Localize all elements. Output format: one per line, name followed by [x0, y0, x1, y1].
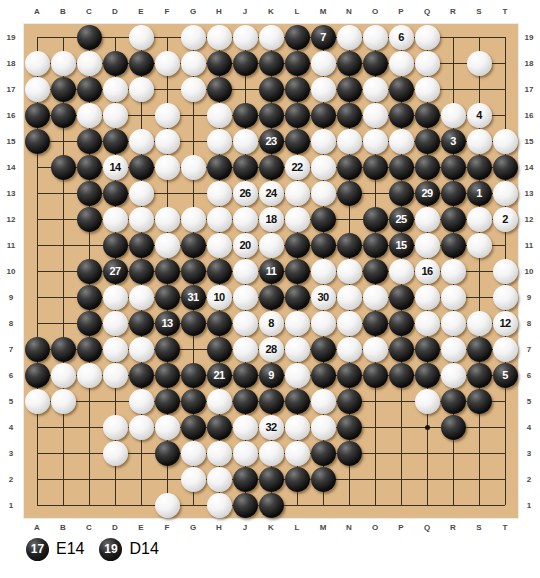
point-Q17[interactable]	[414, 76, 440, 102]
point-J13[interactable]: 26	[232, 180, 258, 206]
point-E8[interactable]	[128, 310, 154, 336]
point-S4[interactable]	[466, 414, 492, 440]
point-D15[interactable]	[102, 128, 128, 154]
point-B19[interactable]	[50, 24, 76, 50]
point-L19[interactable]	[284, 24, 310, 50]
point-O10[interactable]	[362, 258, 388, 284]
point-T4[interactable]	[492, 414, 518, 440]
point-B3[interactable]	[50, 440, 76, 466]
point-G15[interactable]	[180, 128, 206, 154]
point-S1[interactable]	[466, 492, 492, 518]
point-J16[interactable]	[232, 102, 258, 128]
point-D1[interactable]	[102, 492, 128, 518]
point-J5[interactable]	[232, 388, 258, 414]
point-H4[interactable]	[206, 414, 232, 440]
point-S16[interactable]: 4	[466, 102, 492, 128]
point-Q4[interactable]	[414, 414, 440, 440]
point-B11[interactable]	[50, 232, 76, 258]
point-B16[interactable]	[50, 102, 76, 128]
point-C3[interactable]	[76, 440, 102, 466]
point-P17[interactable]	[388, 76, 414, 102]
point-E6[interactable]	[128, 362, 154, 388]
point-L9[interactable]	[284, 284, 310, 310]
point-R4[interactable]	[440, 414, 466, 440]
point-D2[interactable]	[102, 466, 128, 492]
point-G1[interactable]	[180, 492, 206, 518]
point-F17[interactable]	[154, 76, 180, 102]
point-A6[interactable]	[24, 362, 50, 388]
point-J8[interactable]	[232, 310, 258, 336]
point-G11[interactable]	[180, 232, 206, 258]
point-B10[interactable]	[50, 258, 76, 284]
point-G9[interactable]: 31	[180, 284, 206, 310]
point-R6[interactable]	[440, 362, 466, 388]
point-T2[interactable]	[492, 466, 518, 492]
point-J15[interactable]	[232, 128, 258, 154]
point-B7[interactable]	[50, 336, 76, 362]
point-R5[interactable]	[440, 388, 466, 414]
point-R16[interactable]	[440, 102, 466, 128]
point-S17[interactable]	[466, 76, 492, 102]
point-N11[interactable]	[336, 232, 362, 258]
point-O19[interactable]	[362, 24, 388, 50]
point-B12[interactable]	[50, 206, 76, 232]
point-A4[interactable]	[24, 414, 50, 440]
point-A7[interactable]	[24, 336, 50, 362]
point-C14[interactable]	[76, 154, 102, 180]
point-F4[interactable]	[154, 414, 180, 440]
point-Q10[interactable]: 16	[414, 258, 440, 284]
point-P16[interactable]	[388, 102, 414, 128]
point-M5[interactable]	[310, 388, 336, 414]
point-N14[interactable]	[336, 154, 362, 180]
point-B4[interactable]	[50, 414, 76, 440]
point-R1[interactable]	[440, 492, 466, 518]
point-G19[interactable]	[180, 24, 206, 50]
point-A13[interactable]	[24, 180, 50, 206]
point-F14[interactable]	[154, 154, 180, 180]
point-F18[interactable]	[154, 50, 180, 76]
point-M14[interactable]	[310, 154, 336, 180]
point-R2[interactable]	[440, 466, 466, 492]
point-M19[interactable]: 7	[310, 24, 336, 50]
point-T12[interactable]: 2	[492, 206, 518, 232]
point-O8[interactable]	[362, 310, 388, 336]
point-R7[interactable]	[440, 336, 466, 362]
point-T9[interactable]	[492, 284, 518, 310]
point-F2[interactable]	[154, 466, 180, 492]
point-Q13[interactable]: 29	[414, 180, 440, 206]
point-D17[interactable]	[102, 76, 128, 102]
point-C16[interactable]	[76, 102, 102, 128]
point-K1[interactable]	[258, 492, 284, 518]
point-E13[interactable]	[128, 180, 154, 206]
point-N6[interactable]	[336, 362, 362, 388]
point-R11[interactable]	[440, 232, 466, 258]
point-O14[interactable]	[362, 154, 388, 180]
point-Q18[interactable]	[414, 50, 440, 76]
point-N2[interactable]	[336, 466, 362, 492]
point-K2[interactable]	[258, 466, 284, 492]
point-G10[interactable]	[180, 258, 206, 284]
point-M2[interactable]	[310, 466, 336, 492]
point-D7[interactable]	[102, 336, 128, 362]
point-T7[interactable]	[492, 336, 518, 362]
point-J17[interactable]	[232, 76, 258, 102]
point-O3[interactable]	[362, 440, 388, 466]
point-S18[interactable]	[466, 50, 492, 76]
point-J14[interactable]	[232, 154, 258, 180]
point-R18[interactable]	[440, 50, 466, 76]
point-D6[interactable]	[102, 362, 128, 388]
point-S8[interactable]	[466, 310, 492, 336]
point-C19[interactable]	[76, 24, 102, 50]
point-O9[interactable]	[362, 284, 388, 310]
point-T17[interactable]	[492, 76, 518, 102]
point-O5[interactable]	[362, 388, 388, 414]
point-H19[interactable]	[206, 24, 232, 50]
point-K10[interactable]: 11	[258, 258, 284, 284]
point-C11[interactable]	[76, 232, 102, 258]
point-J7[interactable]	[232, 336, 258, 362]
point-J10[interactable]	[232, 258, 258, 284]
point-P5[interactable]	[388, 388, 414, 414]
point-K12[interactable]: 18	[258, 206, 284, 232]
point-H10[interactable]	[206, 258, 232, 284]
point-T13[interactable]	[492, 180, 518, 206]
point-L11[interactable]	[284, 232, 310, 258]
point-P6[interactable]	[388, 362, 414, 388]
point-F12[interactable]	[154, 206, 180, 232]
point-C9[interactable]	[76, 284, 102, 310]
point-P14[interactable]	[388, 154, 414, 180]
point-S5[interactable]	[466, 388, 492, 414]
point-S6[interactable]	[466, 362, 492, 388]
point-Q1[interactable]	[414, 492, 440, 518]
point-G6[interactable]	[180, 362, 206, 388]
point-B17[interactable]	[50, 76, 76, 102]
point-E11[interactable]	[128, 232, 154, 258]
point-R8[interactable]	[440, 310, 466, 336]
point-G18[interactable]	[180, 50, 206, 76]
point-S2[interactable]	[466, 466, 492, 492]
point-K11[interactable]	[258, 232, 284, 258]
point-M3[interactable]	[310, 440, 336, 466]
point-A10[interactable]	[24, 258, 50, 284]
point-R3[interactable]	[440, 440, 466, 466]
point-P10[interactable]	[388, 258, 414, 284]
point-E12[interactable]	[128, 206, 154, 232]
point-C18[interactable]	[76, 50, 102, 76]
point-J6[interactable]	[232, 362, 258, 388]
point-Q15[interactable]	[414, 128, 440, 154]
point-J12[interactable]	[232, 206, 258, 232]
point-L13[interactable]	[284, 180, 310, 206]
point-A1[interactable]	[24, 492, 50, 518]
point-R17[interactable]	[440, 76, 466, 102]
point-R12[interactable]	[440, 206, 466, 232]
point-G5[interactable]	[180, 388, 206, 414]
point-S11[interactable]	[466, 232, 492, 258]
point-N8[interactable]	[336, 310, 362, 336]
point-L8[interactable]	[284, 310, 310, 336]
point-Q8[interactable]	[414, 310, 440, 336]
point-T15[interactable]	[492, 128, 518, 154]
point-B6[interactable]	[50, 362, 76, 388]
point-L6[interactable]	[284, 362, 310, 388]
point-R14[interactable]	[440, 154, 466, 180]
point-C10[interactable]	[76, 258, 102, 284]
point-L16[interactable]	[284, 102, 310, 128]
point-M18[interactable]	[310, 50, 336, 76]
point-L1[interactable]	[284, 492, 310, 518]
point-H8[interactable]	[206, 310, 232, 336]
point-D11[interactable]	[102, 232, 128, 258]
point-T5[interactable]	[492, 388, 518, 414]
point-C13[interactable]	[76, 180, 102, 206]
point-S14[interactable]	[466, 154, 492, 180]
point-Q5[interactable]	[414, 388, 440, 414]
point-F16[interactable]	[154, 102, 180, 128]
point-N3[interactable]	[336, 440, 362, 466]
point-B18[interactable]	[50, 50, 76, 76]
point-T19[interactable]	[492, 24, 518, 50]
point-M6[interactable]	[310, 362, 336, 388]
point-H17[interactable]	[206, 76, 232, 102]
point-D16[interactable]	[102, 102, 128, 128]
point-F8[interactable]: 13	[154, 310, 180, 336]
point-C7[interactable]	[76, 336, 102, 362]
point-G7[interactable]	[180, 336, 206, 362]
point-K7[interactable]: 28	[258, 336, 284, 362]
point-J1[interactable]	[232, 492, 258, 518]
point-H18[interactable]	[206, 50, 232, 76]
point-T1[interactable]	[492, 492, 518, 518]
point-O16[interactable]	[362, 102, 388, 128]
point-D14[interactable]: 14	[102, 154, 128, 180]
point-D9[interactable]	[102, 284, 128, 310]
point-G12[interactable]	[180, 206, 206, 232]
point-M16[interactable]	[310, 102, 336, 128]
point-F6[interactable]	[154, 362, 180, 388]
point-S10[interactable]	[466, 258, 492, 284]
point-T6[interactable]: 5	[492, 362, 518, 388]
point-D13[interactable]	[102, 180, 128, 206]
point-B15[interactable]	[50, 128, 76, 154]
point-A12[interactable]	[24, 206, 50, 232]
point-A9[interactable]	[24, 284, 50, 310]
point-B14[interactable]	[50, 154, 76, 180]
point-L7[interactable]	[284, 336, 310, 362]
point-M7[interactable]	[310, 336, 336, 362]
point-D10[interactable]: 27	[102, 258, 128, 284]
point-J9[interactable]	[232, 284, 258, 310]
point-P18[interactable]	[388, 50, 414, 76]
point-K8[interactable]: 8	[258, 310, 284, 336]
point-Q12[interactable]	[414, 206, 440, 232]
point-F10[interactable]	[154, 258, 180, 284]
point-D18[interactable]	[102, 50, 128, 76]
point-N15[interactable]	[336, 128, 362, 154]
point-N13[interactable]	[336, 180, 362, 206]
point-K6[interactable]: 9	[258, 362, 284, 388]
point-O4[interactable]	[362, 414, 388, 440]
point-L12[interactable]	[284, 206, 310, 232]
point-P1[interactable]	[388, 492, 414, 518]
point-T18[interactable]	[492, 50, 518, 76]
point-P19[interactable]: 6	[388, 24, 414, 50]
point-H14[interactable]	[206, 154, 232, 180]
point-S12[interactable]	[466, 206, 492, 232]
point-P7[interactable]	[388, 336, 414, 362]
point-O15[interactable]	[362, 128, 388, 154]
point-A8[interactable]	[24, 310, 50, 336]
point-B8[interactable]	[50, 310, 76, 336]
point-G3[interactable]	[180, 440, 206, 466]
point-N18[interactable]	[336, 50, 362, 76]
point-C1[interactable]	[76, 492, 102, 518]
point-L4[interactable]	[284, 414, 310, 440]
point-L10[interactable]	[284, 258, 310, 284]
point-L2[interactable]	[284, 466, 310, 492]
point-S19[interactable]	[466, 24, 492, 50]
point-B1[interactable]	[50, 492, 76, 518]
point-H9[interactable]: 10	[206, 284, 232, 310]
point-G17[interactable]	[180, 76, 206, 102]
point-N10[interactable]	[336, 258, 362, 284]
point-C15[interactable]	[76, 128, 102, 154]
point-D3[interactable]	[102, 440, 128, 466]
point-E3[interactable]	[128, 440, 154, 466]
point-P13[interactable]	[388, 180, 414, 206]
point-O11[interactable]	[362, 232, 388, 258]
point-T3[interactable]	[492, 440, 518, 466]
point-O7[interactable]	[362, 336, 388, 362]
point-F19[interactable]	[154, 24, 180, 50]
point-A5[interactable]	[24, 388, 50, 414]
point-N7[interactable]	[336, 336, 362, 362]
point-K18[interactable]	[258, 50, 284, 76]
point-H6[interactable]: 21	[206, 362, 232, 388]
point-B5[interactable]	[50, 388, 76, 414]
point-T11[interactable]	[492, 232, 518, 258]
point-N12[interactable]	[336, 206, 362, 232]
point-S3[interactable]	[466, 440, 492, 466]
point-F13[interactable]	[154, 180, 180, 206]
point-B2[interactable]	[50, 466, 76, 492]
point-J19[interactable]	[232, 24, 258, 50]
point-G2[interactable]	[180, 466, 206, 492]
point-P3[interactable]	[388, 440, 414, 466]
point-M1[interactable]	[310, 492, 336, 518]
point-M11[interactable]	[310, 232, 336, 258]
point-Q2[interactable]	[414, 466, 440, 492]
point-R10[interactable]	[440, 258, 466, 284]
point-P12[interactable]: 25	[388, 206, 414, 232]
point-T8[interactable]: 12	[492, 310, 518, 336]
point-E7[interactable]	[128, 336, 154, 362]
point-T10[interactable]	[492, 258, 518, 284]
point-G8[interactable]	[180, 310, 206, 336]
point-A3[interactable]	[24, 440, 50, 466]
point-A15[interactable]	[24, 128, 50, 154]
point-A19[interactable]	[24, 24, 50, 50]
point-J18[interactable]	[232, 50, 258, 76]
point-K3[interactable]	[258, 440, 284, 466]
point-K19[interactable]	[258, 24, 284, 50]
point-N9[interactable]	[336, 284, 362, 310]
point-G4[interactable]	[180, 414, 206, 440]
point-Q7[interactable]	[414, 336, 440, 362]
point-N17[interactable]	[336, 76, 362, 102]
point-P9[interactable]	[388, 284, 414, 310]
point-F9[interactable]	[154, 284, 180, 310]
point-M17[interactable]	[310, 76, 336, 102]
point-K15[interactable]: 23	[258, 128, 284, 154]
point-A18[interactable]	[24, 50, 50, 76]
point-O13[interactable]	[362, 180, 388, 206]
point-E16[interactable]	[128, 102, 154, 128]
point-L18[interactable]	[284, 50, 310, 76]
point-J2[interactable]	[232, 466, 258, 492]
point-D5[interactable]	[102, 388, 128, 414]
point-Q3[interactable]	[414, 440, 440, 466]
point-E18[interactable]	[128, 50, 154, 76]
point-H16[interactable]	[206, 102, 232, 128]
point-E2[interactable]	[128, 466, 154, 492]
point-E10[interactable]	[128, 258, 154, 284]
point-P2[interactable]	[388, 466, 414, 492]
point-D12[interactable]	[102, 206, 128, 232]
point-G14[interactable]	[180, 154, 206, 180]
point-R13[interactable]	[440, 180, 466, 206]
point-P4[interactable]	[388, 414, 414, 440]
point-S15[interactable]	[466, 128, 492, 154]
point-R19[interactable]	[440, 24, 466, 50]
point-N4[interactable]	[336, 414, 362, 440]
point-A16[interactable]	[24, 102, 50, 128]
point-E19[interactable]	[128, 24, 154, 50]
point-Q14[interactable]	[414, 154, 440, 180]
point-Q6[interactable]	[414, 362, 440, 388]
point-H15[interactable]	[206, 128, 232, 154]
point-P8[interactable]	[388, 310, 414, 336]
point-K9[interactable]	[258, 284, 284, 310]
point-F3[interactable]	[154, 440, 180, 466]
point-L17[interactable]	[284, 76, 310, 102]
point-A2[interactable]	[24, 466, 50, 492]
point-R15[interactable]: 3	[440, 128, 466, 154]
point-H3[interactable]	[206, 440, 232, 466]
point-F11[interactable]	[154, 232, 180, 258]
point-H1[interactable]	[206, 492, 232, 518]
point-D4[interactable]	[102, 414, 128, 440]
point-G13[interactable]	[180, 180, 206, 206]
point-E1[interactable]	[128, 492, 154, 518]
point-H7[interactable]	[206, 336, 232, 362]
point-M10[interactable]	[310, 258, 336, 284]
point-N16[interactable]	[336, 102, 362, 128]
point-C6[interactable]	[76, 362, 102, 388]
point-K5[interactable]	[258, 388, 284, 414]
point-Q9[interactable]	[414, 284, 440, 310]
point-F15[interactable]	[154, 128, 180, 154]
point-K14[interactable]	[258, 154, 284, 180]
point-H11[interactable]	[206, 232, 232, 258]
point-M9[interactable]: 30	[310, 284, 336, 310]
point-M15[interactable]	[310, 128, 336, 154]
point-D8[interactable]	[102, 310, 128, 336]
